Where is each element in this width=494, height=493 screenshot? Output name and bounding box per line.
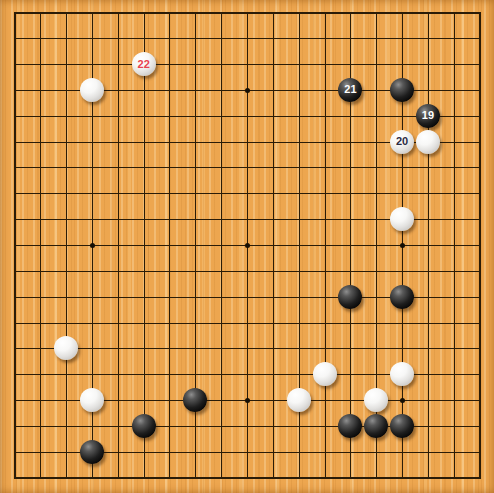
intersection[interactable] [54, 129, 80, 155]
white-stone[interactable]: 20 [390, 130, 414, 154]
intersection[interactable] [338, 284, 364, 310]
intersection[interactable] [157, 233, 183, 259]
intersection[interactable] [260, 465, 286, 491]
intersection[interactable] [2, 388, 28, 414]
intersection[interactable] [390, 207, 416, 233]
intersection[interactable] [235, 52, 261, 78]
intersection[interactable] [157, 258, 183, 284]
intersection[interactable] [338, 258, 364, 284]
intersection[interactable] [131, 414, 157, 440]
intersection[interactable] [131, 207, 157, 233]
intersection[interactable] [364, 155, 390, 181]
intersection[interactable] [131, 78, 157, 104]
intersection[interactable] [364, 439, 390, 465]
intersection[interactable] [183, 414, 209, 440]
intersection[interactable] [2, 52, 28, 78]
white-stone[interactable] [80, 78, 104, 102]
intersection[interactable] [54, 284, 80, 310]
intersection[interactable] [441, 129, 467, 155]
intersection[interactable] [260, 103, 286, 129]
intersection[interactable] [2, 284, 28, 310]
intersection[interactable] [338, 26, 364, 52]
intersection[interactable] [209, 155, 235, 181]
intersection[interactable] [157, 181, 183, 207]
intersection[interactable] [28, 258, 54, 284]
intersection[interactable] [131, 336, 157, 362]
intersection[interactable] [286, 362, 312, 388]
intersection[interactable] [183, 26, 209, 52]
intersection[interactable] [2, 414, 28, 440]
intersection[interactable] [54, 26, 80, 52]
intersection[interactable] [312, 439, 338, 465]
intersection[interactable] [183, 155, 209, 181]
intersection[interactable] [28, 388, 54, 414]
intersection[interactable] [2, 439, 28, 465]
intersection[interactable] [467, 155, 493, 181]
intersection[interactable] [157, 129, 183, 155]
intersection[interactable] [286, 207, 312, 233]
intersection[interactable] [2, 0, 28, 26]
intersection[interactable] [157, 362, 183, 388]
intersection[interactable] [2, 258, 28, 284]
intersection[interactable] [416, 207, 442, 233]
intersection[interactable] [441, 78, 467, 104]
intersection[interactable] [2, 465, 28, 491]
intersection[interactable] [183, 465, 209, 491]
intersection[interactable] [286, 284, 312, 310]
intersection[interactable] [209, 258, 235, 284]
intersection[interactable] [390, 284, 416, 310]
intersection[interactable] [441, 414, 467, 440]
intersection[interactable] [157, 414, 183, 440]
intersection[interactable] [364, 310, 390, 336]
intersection[interactable] [467, 129, 493, 155]
intersection[interactable] [105, 103, 131, 129]
intersection[interactable]: 21 [338, 78, 364, 104]
intersection[interactable] [235, 78, 261, 104]
intersection[interactable] [80, 207, 106, 233]
intersection[interactable] [338, 362, 364, 388]
intersection[interactable] [467, 52, 493, 78]
intersection[interactable] [183, 233, 209, 259]
intersection[interactable] [312, 336, 338, 362]
intersection[interactable] [416, 362, 442, 388]
intersection[interactable] [467, 26, 493, 52]
intersection[interactable] [416, 233, 442, 259]
intersection[interactable] [105, 0, 131, 26]
intersection[interactable] [131, 388, 157, 414]
intersection[interactable] [28, 0, 54, 26]
intersection[interactable] [183, 336, 209, 362]
intersection[interactable] [80, 439, 106, 465]
intersection[interactable] [235, 155, 261, 181]
intersection[interactable] [209, 52, 235, 78]
intersection[interactable] [338, 0, 364, 26]
intersection[interactable] [364, 388, 390, 414]
intersection[interactable] [28, 284, 54, 310]
intersection[interactable] [416, 52, 442, 78]
intersection[interactable] [286, 129, 312, 155]
intersection[interactable] [131, 465, 157, 491]
intersection[interactable] [157, 388, 183, 414]
white-stone[interactable] [390, 362, 414, 386]
intersection[interactable] [441, 310, 467, 336]
intersection[interactable] [390, 388, 416, 414]
intersection[interactable] [183, 310, 209, 336]
intersection[interactable] [312, 52, 338, 78]
intersection[interactable] [390, 465, 416, 491]
intersection[interactable] [312, 207, 338, 233]
intersection[interactable] [416, 26, 442, 52]
intersection[interactable] [105, 439, 131, 465]
intersection[interactable] [131, 258, 157, 284]
intersection[interactable] [131, 439, 157, 465]
intersection[interactable] [260, 414, 286, 440]
intersection[interactable] [131, 284, 157, 310]
intersection[interactable] [80, 233, 106, 259]
intersection[interactable] [157, 284, 183, 310]
intersection[interactable] [235, 284, 261, 310]
intersection[interactable] [260, 439, 286, 465]
intersection[interactable] [105, 233, 131, 259]
intersection[interactable] [390, 414, 416, 440]
intersection[interactable] [338, 439, 364, 465]
black-stone[interactable] [80, 440, 104, 464]
intersection[interactable] [28, 336, 54, 362]
intersection[interactable] [28, 52, 54, 78]
intersection[interactable] [54, 258, 80, 284]
intersection[interactable] [235, 233, 261, 259]
intersection[interactable] [2, 233, 28, 259]
intersection[interactable] [105, 258, 131, 284]
intersection[interactable] [467, 207, 493, 233]
intersection[interactable] [54, 78, 80, 104]
intersection[interactable] [54, 207, 80, 233]
intersection[interactable] [416, 310, 442, 336]
intersection[interactable] [467, 284, 493, 310]
intersection[interactable] [105, 207, 131, 233]
intersection[interactable] [286, 465, 312, 491]
intersection[interactable] [441, 26, 467, 52]
intersection[interactable] [157, 310, 183, 336]
intersection[interactable] [467, 336, 493, 362]
intersection[interactable] [260, 258, 286, 284]
intersection[interactable] [80, 52, 106, 78]
intersection[interactable] [54, 414, 80, 440]
intersection[interactable] [2, 310, 28, 336]
intersection[interactable] [54, 0, 80, 26]
intersection[interactable] [364, 207, 390, 233]
intersection[interactable] [28, 310, 54, 336]
intersection[interactable] [390, 78, 416, 104]
intersection[interactable] [312, 0, 338, 26]
intersection[interactable] [441, 388, 467, 414]
intersection[interactable] [286, 336, 312, 362]
intersection[interactable] [467, 465, 493, 491]
intersection[interactable] [441, 233, 467, 259]
intersection[interactable] [286, 155, 312, 181]
intersection[interactable] [105, 181, 131, 207]
intersection[interactable] [209, 207, 235, 233]
intersection[interactable] [80, 78, 106, 104]
intersection[interactable] [183, 103, 209, 129]
intersection[interactable] [390, 26, 416, 52]
intersection[interactable] [286, 52, 312, 78]
black-stone[interactable] [390, 285, 414, 309]
intersection[interactable] [312, 414, 338, 440]
black-stone[interactable] [390, 78, 414, 102]
intersection[interactable] [338, 233, 364, 259]
intersection[interactable] [235, 181, 261, 207]
intersection[interactable] [260, 26, 286, 52]
intersection[interactable] [105, 336, 131, 362]
intersection[interactable] [2, 26, 28, 52]
intersection[interactable] [441, 258, 467, 284]
intersection[interactable] [364, 129, 390, 155]
intersection[interactable] [28, 103, 54, 129]
intersection[interactable] [54, 155, 80, 181]
intersection[interactable] [441, 0, 467, 26]
intersection[interactable] [312, 258, 338, 284]
intersection[interactable] [209, 233, 235, 259]
intersection[interactable] [209, 336, 235, 362]
intersection[interactable] [312, 284, 338, 310]
intersection[interactable] [235, 336, 261, 362]
intersection[interactable] [338, 310, 364, 336]
intersection[interactable] [131, 129, 157, 155]
intersection[interactable] [312, 103, 338, 129]
intersection[interactable] [2, 103, 28, 129]
intersection[interactable] [364, 465, 390, 491]
intersection[interactable] [390, 103, 416, 129]
intersection[interactable] [260, 362, 286, 388]
intersection[interactable] [416, 336, 442, 362]
intersection[interactable] [2, 336, 28, 362]
intersection[interactable] [235, 129, 261, 155]
intersection[interactable] [286, 26, 312, 52]
white-stone[interactable] [80, 388, 104, 412]
intersection[interactable] [209, 388, 235, 414]
intersection[interactable] [28, 181, 54, 207]
white-stone[interactable] [287, 388, 311, 412]
intersection[interactable] [338, 465, 364, 491]
intersection[interactable] [28, 207, 54, 233]
intersection[interactable] [441, 52, 467, 78]
intersection[interactable] [364, 336, 390, 362]
intersection[interactable] [416, 155, 442, 181]
intersection[interactable] [54, 103, 80, 129]
intersection[interactable] [131, 362, 157, 388]
intersection[interactable] [441, 362, 467, 388]
intersection[interactable] [105, 78, 131, 104]
intersection[interactable] [105, 310, 131, 336]
intersection[interactable] [390, 336, 416, 362]
intersection[interactable] [416, 388, 442, 414]
intersection[interactable] [131, 155, 157, 181]
intersection[interactable] [209, 439, 235, 465]
intersection[interactable] [2, 78, 28, 104]
intersection[interactable] [416, 181, 442, 207]
intersection[interactable] [131, 310, 157, 336]
intersection[interactable] [390, 439, 416, 465]
black-stone[interactable] [338, 414, 362, 438]
intersection[interactable] [2, 155, 28, 181]
intersection[interactable] [183, 258, 209, 284]
intersection[interactable] [364, 52, 390, 78]
intersection[interactable] [28, 78, 54, 104]
intersection[interactable] [260, 78, 286, 104]
intersection[interactable] [364, 284, 390, 310]
intersection[interactable] [390, 0, 416, 26]
white-stone[interactable] [416, 130, 440, 154]
intersection[interactable] [364, 414, 390, 440]
intersection[interactable] [131, 0, 157, 26]
intersection[interactable] [260, 181, 286, 207]
intersection[interactable] [467, 103, 493, 129]
intersection[interactable] [209, 0, 235, 26]
intersection[interactable] [364, 181, 390, 207]
intersection[interactable] [312, 26, 338, 52]
intersection[interactable] [28, 26, 54, 52]
intersection[interactable] [235, 103, 261, 129]
intersection[interactable] [286, 388, 312, 414]
intersection[interactable] [416, 258, 442, 284]
intersection[interactable] [286, 439, 312, 465]
intersection[interactable] [416, 414, 442, 440]
intersection[interactable] [209, 26, 235, 52]
intersection[interactable] [416, 129, 442, 155]
intersection[interactable] [183, 388, 209, 414]
intersection[interactable] [131, 103, 157, 129]
intersection[interactable] [54, 233, 80, 259]
intersection[interactable] [338, 129, 364, 155]
intersection[interactable]: 20 [390, 129, 416, 155]
intersection[interactable] [105, 129, 131, 155]
intersection[interactable] [338, 52, 364, 78]
intersection[interactable] [183, 207, 209, 233]
intersection[interactable] [260, 233, 286, 259]
white-stone[interactable]: 22 [132, 52, 156, 76]
intersection[interactable] [441, 181, 467, 207]
intersection[interactable] [467, 258, 493, 284]
intersection[interactable] [80, 103, 106, 129]
intersection[interactable] [235, 439, 261, 465]
intersection[interactable] [338, 103, 364, 129]
intersection[interactable] [2, 207, 28, 233]
intersection[interactable] [364, 103, 390, 129]
intersection[interactable] [209, 78, 235, 104]
intersection[interactable] [183, 284, 209, 310]
intersection[interactable] [80, 181, 106, 207]
intersection[interactable] [441, 284, 467, 310]
intersection[interactable] [312, 233, 338, 259]
intersection[interactable] [364, 233, 390, 259]
intersection[interactable] [312, 362, 338, 388]
intersection[interactable] [209, 284, 235, 310]
intersection[interactable] [312, 310, 338, 336]
intersection[interactable] [390, 233, 416, 259]
intersection[interactable] [235, 258, 261, 284]
intersection[interactable] [338, 155, 364, 181]
intersection[interactable] [312, 465, 338, 491]
black-stone[interactable] [390, 414, 414, 438]
white-stone[interactable] [364, 388, 388, 412]
intersection[interactable] [441, 155, 467, 181]
intersection[interactable] [312, 129, 338, 155]
intersection[interactable] [286, 78, 312, 104]
intersection[interactable] [157, 207, 183, 233]
white-stone[interactable] [390, 207, 414, 231]
intersection[interactable]: 19 [416, 103, 442, 129]
intersection[interactable] [260, 52, 286, 78]
intersection[interactable] [467, 78, 493, 104]
intersection[interactable] [390, 362, 416, 388]
intersection[interactable] [80, 336, 106, 362]
intersection[interactable] [416, 465, 442, 491]
intersection[interactable] [131, 181, 157, 207]
intersection[interactable] [209, 310, 235, 336]
intersection[interactable] [338, 388, 364, 414]
intersection[interactable] [105, 52, 131, 78]
intersection[interactable] [260, 207, 286, 233]
intersection[interactable] [28, 233, 54, 259]
intersection[interactable] [28, 465, 54, 491]
intersection[interactable] [467, 439, 493, 465]
intersection[interactable] [131, 26, 157, 52]
intersection[interactable] [286, 414, 312, 440]
intersection[interactable] [338, 181, 364, 207]
intersection[interactable] [338, 336, 364, 362]
intersection[interactable] [441, 465, 467, 491]
intersection[interactable] [390, 155, 416, 181]
intersection[interactable] [80, 284, 106, 310]
intersection[interactable] [390, 181, 416, 207]
intersection[interactable] [80, 310, 106, 336]
intersection[interactable] [312, 388, 338, 414]
intersection[interactable] [364, 26, 390, 52]
intersection[interactable] [390, 310, 416, 336]
intersection[interactable] [157, 439, 183, 465]
intersection[interactable]: 22 [131, 52, 157, 78]
intersection[interactable] [338, 207, 364, 233]
intersection[interactable] [54, 310, 80, 336]
intersection[interactable] [80, 465, 106, 491]
intersection[interactable] [364, 362, 390, 388]
intersection[interactable] [260, 284, 286, 310]
intersection[interactable] [54, 52, 80, 78]
intersection[interactable] [260, 0, 286, 26]
intersection[interactable] [209, 181, 235, 207]
intersection[interactable] [235, 414, 261, 440]
intersection[interactable] [105, 155, 131, 181]
intersection[interactable] [157, 0, 183, 26]
intersection[interactable] [28, 362, 54, 388]
intersection[interactable] [260, 388, 286, 414]
intersection[interactable] [131, 233, 157, 259]
intersection[interactable] [209, 129, 235, 155]
intersection[interactable] [28, 129, 54, 155]
intersection[interactable] [54, 439, 80, 465]
intersection[interactable] [209, 465, 235, 491]
intersection[interactable] [105, 465, 131, 491]
intersection[interactable] [80, 414, 106, 440]
intersection[interactable] [467, 233, 493, 259]
intersection[interactable] [467, 362, 493, 388]
intersection[interactable] [260, 155, 286, 181]
intersection[interactable] [286, 0, 312, 26]
intersection[interactable] [312, 78, 338, 104]
intersection[interactable] [441, 336, 467, 362]
